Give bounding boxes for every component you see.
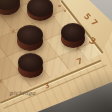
checker-piece: [27, 0, 53, 21]
checker-piece: [17, 25, 43, 51]
board-photo-scene: ××××××××××××××××××××××××××××××××××××××××…: [0, 0, 112, 112]
checker-piece: [61, 23, 85, 48]
checker-piece: [18, 53, 43, 78]
burn-dot: [64, 10, 66, 12]
burn-dot: [58, 5, 61, 7]
cross-burn-mark: ×: [0, 76, 6, 86]
checker-piece: [0, 0, 20, 15]
photographer-watermark: pichinga: [10, 89, 36, 96]
